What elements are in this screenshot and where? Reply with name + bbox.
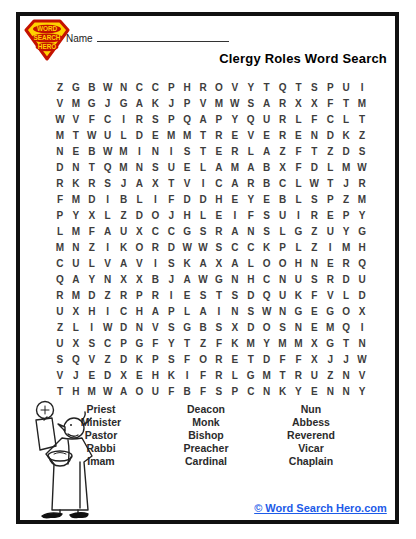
grid-cell[interactable]: V (179, 176, 195, 192)
grid-cell[interactable]: Z (306, 224, 322, 240)
grid-cell[interactable]: R (211, 352, 227, 368)
grid-cell[interactable]: U (338, 80, 354, 96)
grid-cell[interactable]: F (275, 352, 291, 368)
grid-cell[interactable]: S (259, 224, 275, 240)
grid-cell[interactable]: S (147, 112, 163, 128)
grid-cell[interactable]: N (322, 384, 338, 400)
grid-cell[interactable]: B (116, 192, 132, 208)
grid-cell[interactable]: L (227, 368, 243, 384)
grid-cell[interactable]: V (68, 112, 84, 128)
grid-cell[interactable]: R (322, 272, 338, 288)
grid-cell[interactable]: Y (290, 384, 306, 400)
grid-cell[interactable]: C (131, 80, 147, 96)
grid-cell[interactable]: R (211, 128, 227, 144)
grid-cell[interactable]: T (354, 112, 370, 128)
grid-cell[interactable]: X (84, 208, 100, 224)
grid-cell[interactable]: V (147, 320, 163, 336)
grid-cell[interactable]: X (68, 336, 84, 352)
grid-cell[interactable]: M (116, 144, 132, 160)
grid-cell[interactable]: O (275, 256, 291, 272)
grid-cell[interactable]: A (68, 272, 84, 288)
grid-cell[interactable]: N (275, 272, 291, 288)
grid-cell[interactable]: S (163, 320, 179, 336)
grid-cell[interactable]: Q (100, 160, 116, 176)
grid-cell[interactable]: A (227, 176, 243, 192)
grid-cell[interactable]: V (52, 96, 68, 112)
grid-cell[interactable]: R (52, 176, 68, 192)
grid-cell[interactable]: Z (322, 368, 338, 384)
grid-cell[interactable]: E (259, 128, 275, 144)
grid-cell[interactable]: S (306, 272, 322, 288)
grid-cell[interactable]: X (290, 96, 306, 112)
grid-cell[interactable]: S (243, 96, 259, 112)
grid-cell[interactable]: X (306, 336, 322, 352)
grid-cell[interactable]: U (275, 208, 291, 224)
grid-cell[interactable]: A (243, 160, 259, 176)
grid-cell[interactable]: B (179, 384, 195, 400)
grid-cell[interactable]: X (227, 320, 243, 336)
grid-cell[interactable]: Y (84, 272, 100, 288)
grid-cell[interactable]: P (227, 384, 243, 400)
grid-cell[interactable]: L (290, 112, 306, 128)
grid-cell[interactable]: D (84, 192, 100, 208)
grid-cell[interactable]: A (100, 224, 116, 240)
grid-cell[interactable]: J (163, 96, 179, 112)
grid-cell[interactable]: S (163, 256, 179, 272)
grid-cell[interactable]: F (290, 160, 306, 176)
grid-cell[interactable]: Z (275, 144, 291, 160)
grid-cell[interactable]: D (306, 160, 322, 176)
grid-cell[interactable]: N (227, 272, 243, 288)
grid-cell[interactable]: L (195, 208, 211, 224)
grid-cell[interactable]: E (84, 368, 100, 384)
grid-cell[interactable]: U (259, 112, 275, 128)
grid-cell[interactable]: N (100, 272, 116, 288)
grid-cell[interactable]: S (354, 144, 370, 160)
grid-cell[interactable]: M (338, 240, 354, 256)
grid-cell[interactable]: U (52, 336, 68, 352)
grid-cell[interactable]: L (179, 304, 195, 320)
grid-cell[interactable]: A (195, 304, 211, 320)
grid-cell[interactable]: L (131, 192, 147, 208)
grid-cell[interactable]: N (147, 144, 163, 160)
grid-cell[interactable]: B (259, 176, 275, 192)
grid-cell[interactable]: H (147, 368, 163, 384)
grid-cell[interactable]: A (227, 224, 243, 240)
grid-cell[interactable]: G (179, 224, 195, 240)
grid-cell[interactable]: C (100, 336, 116, 352)
grid-cell[interactable]: M (116, 160, 132, 176)
grid-cell[interactable]: U (275, 288, 291, 304)
grid-cell[interactable]: E (306, 320, 322, 336)
grid-cell[interactable]: O (147, 208, 163, 224)
grid-cell[interactable]: V (195, 96, 211, 112)
grid-cell[interactable]: G (354, 224, 370, 240)
grid-cell[interactable]: G (116, 96, 132, 112)
grid-cell[interactable]: F (195, 384, 211, 400)
grid-cell[interactable]: D (116, 352, 132, 368)
grid-cell[interactable]: G (179, 320, 195, 336)
grid-cell[interactable]: L (290, 176, 306, 192)
grid-cell[interactable]: L (116, 128, 132, 144)
grid-cell[interactable]: E (211, 208, 227, 224)
grid-cell[interactable]: B (84, 80, 100, 96)
grid-cell[interactable]: F (306, 288, 322, 304)
grid-cell[interactable]: H (354, 240, 370, 256)
grid-cell[interactable]: C (275, 176, 291, 192)
grid-cell[interactable]: M (179, 128, 195, 144)
grid-cell[interactable]: D (243, 288, 259, 304)
grid-cell[interactable]: F (52, 192, 68, 208)
grid-cell[interactable]: F (322, 96, 338, 112)
grid-cell[interactable]: T (68, 128, 84, 144)
grid-cell[interactable]: C (243, 240, 259, 256)
grid-cell[interactable]: R (211, 224, 227, 240)
grid-cell[interactable]: X (131, 272, 147, 288)
grid-cell[interactable]: P (338, 208, 354, 224)
grid-cell[interactable]: S (227, 288, 243, 304)
grid-cell[interactable]: S (211, 384, 227, 400)
grid-cell[interactable]: A (195, 112, 211, 128)
grid-cell[interactable]: T (290, 80, 306, 96)
grid-cell[interactable]: E (227, 352, 243, 368)
grid-cell[interactable]: E (306, 384, 322, 400)
grid-cell[interactable]: H (290, 256, 306, 272)
grid-cell[interactable]: K (290, 288, 306, 304)
grid-cell[interactable]: M (290, 336, 306, 352)
grid-cell[interactable]: E (290, 128, 306, 144)
grid-cell[interactable]: B (275, 192, 291, 208)
grid-cell[interactable]: W (195, 272, 211, 288)
grid-cell[interactable]: T (179, 336, 195, 352)
grid-cell[interactable]: Q (354, 256, 370, 272)
grid-cell[interactable]: I (195, 176, 211, 192)
grid-cell[interactable]: Y (68, 208, 84, 224)
grid-cell[interactable]: M (68, 192, 84, 208)
grid-cell[interactable]: Q (275, 80, 291, 96)
grid-cell[interactable]: X (354, 304, 370, 320)
grid-cell[interactable]: X (147, 176, 163, 192)
grid-cell[interactable]: K (163, 368, 179, 384)
grid-cell[interactable]: O (195, 352, 211, 368)
grid-cell[interactable]: N (338, 368, 354, 384)
grid-cell[interactable]: V (322, 288, 338, 304)
grid-cell[interactable]: T (211, 288, 227, 304)
grid-cell[interactable]: D (243, 320, 259, 336)
grid-cell[interactable]: F (243, 208, 259, 224)
grid-cell[interactable]: L (243, 256, 259, 272)
grid-cell[interactable]: E (179, 160, 195, 176)
grid-cell[interactable]: A (227, 256, 243, 272)
grid-cell[interactable]: I (227, 208, 243, 224)
grid-cell[interactable]: G (131, 336, 147, 352)
grid-cell[interactable]: X (116, 368, 132, 384)
grid-cell[interactable]: L (290, 240, 306, 256)
grid-cell[interactable]: Z (52, 320, 68, 336)
grid-cell[interactable]: S (195, 288, 211, 304)
grid-cell[interactable]: N (306, 256, 322, 272)
grid-cell[interactable]: O (338, 304, 354, 320)
grid-cell[interactable]: I (131, 144, 147, 160)
grid-cell[interactable]: E (179, 288, 195, 304)
grid-cell[interactable]: L (243, 144, 259, 160)
grid-cell[interactable]: G (290, 224, 306, 240)
grid-cell[interactable]: M (322, 320, 338, 336)
grid-cell[interactable]: R (116, 288, 132, 304)
grid-cell[interactable]: P (163, 80, 179, 96)
grid-cell[interactable]: R (131, 112, 147, 128)
grid-cell[interactable]: Z (52, 80, 68, 96)
grid-cell[interactable]: P (131, 288, 147, 304)
grid-cell[interactable]: C (322, 112, 338, 128)
grid-cell[interactable]: F (163, 192, 179, 208)
grid-cell[interactable]: W (259, 304, 275, 320)
grid-cell[interactable]: T (306, 144, 322, 160)
grid-cell[interactable]: H (84, 304, 100, 320)
word-search-hero-link[interactable]: © Word Search Hero.com (248, 502, 393, 514)
grid-cell[interactable]: M (52, 240, 68, 256)
grid-cell[interactable]: N (306, 128, 322, 144)
grid-cell[interactable]: W (354, 352, 370, 368)
grid-cell[interactable]: V (52, 368, 68, 384)
grid-cell[interactable]: W (179, 240, 195, 256)
grid-cell[interactable]: W (100, 80, 116, 96)
grid-cell[interactable]: W (195, 240, 211, 256)
grid-cell[interactable]: S (306, 80, 322, 96)
grid-cell[interactable]: O (259, 256, 275, 272)
grid-cell[interactable]: B (147, 272, 163, 288)
grid-cell[interactable]: I (163, 144, 179, 160)
grid-cell[interactable]: W (100, 144, 116, 160)
grid-cell[interactable]: T (338, 96, 354, 112)
grid-cell[interactable]: C (259, 272, 275, 288)
grid-cell[interactable]: Z (100, 288, 116, 304)
grid-cell[interactable]: S (52, 352, 68, 368)
grid-cell[interactable]: H (179, 208, 195, 224)
grid-cell[interactable]: X (306, 96, 322, 112)
grid-cell[interactable]: R (243, 176, 259, 192)
grid-cell[interactable]: M (211, 96, 227, 112)
grid-cell[interactable]: D (259, 352, 275, 368)
grid-cell[interactable]: D (179, 192, 195, 208)
grid-cell[interactable]: R (84, 176, 100, 192)
grid-cell[interactable]: H (179, 80, 195, 96)
grid-cell[interactable]: L (84, 256, 100, 272)
grid-cell[interactable]: A (211, 160, 227, 176)
grid-cell[interactable]: B (84, 144, 100, 160)
grid-cell[interactable]: F (195, 368, 211, 384)
grid-cell[interactable]: I (354, 320, 370, 336)
grid-cell[interactable]: I (290, 208, 306, 224)
grid-cell[interactable]: F (306, 112, 322, 128)
grid-cell[interactable]: A (131, 176, 147, 192)
grid-cell[interactable]: S (211, 320, 227, 336)
grid-cell[interactable]: M (68, 224, 84, 240)
grid-cell[interactable]: T (195, 144, 211, 160)
grid-cell[interactable]: V (227, 80, 243, 96)
grid-cell[interactable]: U (322, 224, 338, 240)
grid-cell[interactable]: R (354, 176, 370, 192)
grid-cell[interactable]: O (211, 80, 227, 96)
grid-cell[interactable]: S (306, 192, 322, 208)
grid-cell[interactable]: U (100, 128, 116, 144)
grid-cell[interactable]: R (290, 368, 306, 384)
grid-cell[interactable]: B (259, 160, 275, 176)
grid-cell[interactable]: R (211, 368, 227, 384)
grid-cell[interactable]: R (275, 128, 291, 144)
grid-cell[interactable]: Y (259, 336, 275, 352)
grid-cell[interactable]: K (338, 128, 354, 144)
grid-cell[interactable]: P (322, 80, 338, 96)
grid-cell[interactable]: I (100, 304, 116, 320)
grid-cell[interactable]: Q (52, 272, 68, 288)
grid-cell[interactable]: I (100, 240, 116, 256)
grid-cell[interactable]: N (290, 320, 306, 336)
grid-cell[interactable]: Q (338, 320, 354, 336)
grid-cell[interactable]: M (275, 336, 291, 352)
grid-cell[interactable]: S (275, 320, 291, 336)
grid-cell[interactable]: G (322, 336, 338, 352)
grid-cell[interactable]: R (195, 80, 211, 96)
grid-cell[interactable]: N (338, 384, 354, 400)
grid-cell[interactable]: W (84, 128, 100, 144)
grid-cell[interactable]: G (290, 304, 306, 320)
grid-cell[interactable]: U (354, 272, 370, 288)
grid-cell[interactable]: P (322, 192, 338, 208)
grid-cell[interactable]: F (84, 224, 100, 240)
grid-cell[interactable]: Y (354, 384, 370, 400)
grid-cell[interactable]: Y (338, 224, 354, 240)
grid-cell[interactable]: R (52, 288, 68, 304)
grid-cell[interactable]: U (163, 160, 179, 176)
grid-cell[interactable]: N (275, 304, 291, 320)
grid-cell[interactable]: F (147, 336, 163, 352)
grid-cell[interactable]: A (259, 144, 275, 160)
grid-cell[interactable]: H (131, 304, 147, 320)
grid-cell[interactable]: P (163, 304, 179, 320)
grid-cell[interactable]: W (306, 176, 322, 192)
grid-cell[interactable]: D (322, 128, 338, 144)
grid-cell[interactable]: D (195, 192, 211, 208)
grid-cell[interactable]: P (116, 336, 132, 352)
grid-cell[interactable]: I (100, 192, 116, 208)
grid-cell[interactable]: K (259, 240, 275, 256)
grid-cell[interactable]: D (84, 288, 100, 304)
grid-cell[interactable]: F (163, 384, 179, 400)
grid-cell[interactable]: P (275, 240, 291, 256)
grid-cell[interactable]: T (243, 352, 259, 368)
grid-cell[interactable]: T (195, 128, 211, 144)
grid-cell[interactable]: U (147, 384, 163, 400)
grid-cell[interactable]: J (163, 272, 179, 288)
grid-cell[interactable]: K (131, 352, 147, 368)
grid-cell[interactable]: D (163, 240, 179, 256)
letter-grid[interactable]: ZGBWNCCPHROVYTQTSPUIVMGJGAKJPVMWSARXXFTM… (52, 80, 370, 400)
grid-cell[interactable]: I (147, 256, 163, 272)
grid-cell[interactable]: U (116, 224, 132, 240)
grid-cell[interactable]: L (275, 224, 291, 240)
grid-cell[interactable]: C (243, 384, 259, 400)
grid-cell[interactable]: M (338, 160, 354, 176)
grid-cell[interactable]: F (290, 352, 306, 368)
grid-cell[interactable]: D (116, 320, 132, 336)
grid-cell[interactable]: P (52, 208, 68, 224)
grid-cell[interactable]: R (306, 208, 322, 224)
grid-cell[interactable]: C (227, 240, 243, 256)
grid-cell[interactable]: L (68, 320, 84, 336)
grid-cell[interactable]: D (354, 288, 370, 304)
grid-cell[interactable]: M (68, 288, 84, 304)
grid-cell[interactable]: Y (227, 112, 243, 128)
grid-cell[interactable]: L (338, 288, 354, 304)
grid-cell[interactable]: L (290, 192, 306, 208)
grid-cell[interactable]: S (163, 352, 179, 368)
grid-cell[interactable]: S (84, 336, 100, 352)
grid-cell[interactable]: Q (179, 112, 195, 128)
grid-cell[interactable]: Z (322, 144, 338, 160)
grid-cell[interactable]: K (68, 176, 84, 192)
grid-cell[interactable]: W (227, 96, 243, 112)
grid-cell[interactable]: M (163, 128, 179, 144)
grid-cell[interactable]: E (259, 192, 275, 208)
grid-cell[interactable]: Z (354, 128, 370, 144)
grid-cell[interactable]: M (68, 96, 84, 112)
grid-cell[interactable]: D (338, 144, 354, 160)
grid-cell[interactable]: S (259, 208, 275, 224)
grid-cell[interactable]: A (131, 96, 147, 112)
grid-cell[interactable]: D (52, 160, 68, 176)
grid-cell[interactable]: L (52, 224, 68, 240)
grid-cell[interactable]: U (290, 272, 306, 288)
grid-cell[interactable]: C (211, 176, 227, 192)
grid-cell[interactable]: E (322, 208, 338, 224)
grid-cell[interactable]: N (131, 160, 147, 176)
grid-cell[interactable]: P (211, 112, 227, 128)
grid-cell[interactable]: D (338, 272, 354, 288)
grid-cell[interactable]: I (354, 80, 370, 96)
grid-cell[interactable]: G (211, 272, 227, 288)
grid-cell[interactable]: L (338, 112, 354, 128)
grid-cell[interactable]: N (259, 384, 275, 400)
grid-cell[interactable]: L (100, 208, 116, 224)
grid-cell[interactable]: O (131, 384, 147, 400)
grid-cell[interactable]: X (211, 256, 227, 272)
grid-cell[interactable]: A (116, 256, 132, 272)
grid-cell[interactable]: E (306, 304, 322, 320)
grid-cell[interactable]: T (338, 336, 354, 352)
grid-cell[interactable]: N (68, 240, 84, 256)
grid-cell[interactable]: Z (84, 240, 100, 256)
grid-cell[interactable]: E (322, 256, 338, 272)
grid-cell[interactable]: S (100, 176, 116, 192)
grid-cell[interactable]: J (338, 176, 354, 192)
grid-cell[interactable]: V (131, 256, 147, 272)
grid-cell[interactable]: L (195, 160, 211, 176)
grid-cell[interactable]: B (195, 320, 211, 336)
grid-cell[interactable]: K (227, 336, 243, 352)
grid-cell[interactable]: U (68, 256, 84, 272)
grid-cell[interactable]: V (84, 352, 100, 368)
grid-cell[interactable]: W (354, 160, 370, 176)
grid-cell[interactable]: G (243, 368, 259, 384)
grid-cell[interactable]: V (100, 256, 116, 272)
grid-cell[interactable]: P (147, 352, 163, 368)
grid-cell[interactable]: C (100, 112, 116, 128)
name-blank-line[interactable] (97, 30, 229, 42)
grid-cell[interactable]: F (211, 336, 227, 352)
grid-cell[interactable]: E (227, 128, 243, 144)
grid-cell[interactable]: A (179, 272, 195, 288)
